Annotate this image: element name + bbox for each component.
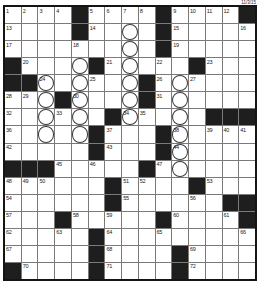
cell-r3c1[interactable]: 17: [5, 41, 21, 57]
clue-number: 61: [224, 212, 230, 218]
cell-r8c3[interactable]: [38, 126, 54, 142]
clue-number: 46: [90, 161, 96, 167]
cell-r4c15[interactable]: [239, 58, 255, 74]
cell-r1c6[interactable]: 5: [89, 7, 105, 23]
cell-r14c1[interactable]: 62: [5, 229, 21, 245]
cell-r9c8[interactable]: [122, 144, 138, 160]
cell-r5c11[interactable]: [172, 75, 188, 91]
cell-r7c11[interactable]: [172, 109, 188, 125]
cell-r9c15[interactable]: [239, 144, 255, 160]
cell-r11c1[interactable]: 48: [5, 178, 21, 194]
cell-r1c11[interactable]: 9: [172, 7, 188, 23]
cell-r1c2[interactable]: 2: [22, 7, 38, 23]
cell-r1c7[interactable]: 6: [105, 7, 121, 23]
clue-number: 67: [6, 246, 12, 252]
clue-number: 37: [106, 127, 112, 133]
cell-r4c2[interactable]: 20: [22, 58, 38, 74]
cell-r14c12[interactable]: [189, 229, 205, 245]
cell-r7c14: [223, 109, 239, 125]
cell-r12c11[interactable]: [172, 195, 188, 211]
cell-r11c14[interactable]: [223, 178, 239, 194]
clue-number: 26: [157, 76, 163, 82]
cell-r10c6[interactable]: 46: [89, 161, 105, 177]
cell-r10c1: [5, 161, 21, 177]
cell-r15c13[interactable]: [206, 246, 222, 262]
cell-r16c15[interactable]: [239, 263, 255, 279]
cell-r1c10: [156, 7, 172, 23]
cell-r2c4[interactable]: [55, 24, 71, 40]
cell-r11c12: [189, 178, 205, 194]
clue-number: 8: [140, 8, 143, 14]
cell-r15c12[interactable]: 69: [189, 246, 205, 262]
circle-marker: [38, 92, 54, 108]
cell-r7c1[interactable]: 32: [5, 109, 21, 125]
clue-number: 62: [6, 229, 12, 235]
cell-r15c1[interactable]: 67: [5, 246, 21, 262]
cell-r13c1[interactable]: 57: [5, 212, 21, 228]
clue-number: 39: [207, 127, 213, 133]
clue-number: 27: [190, 76, 196, 82]
cell-r2c2[interactable]: [22, 24, 38, 40]
cell-r5c4[interactable]: [55, 75, 71, 91]
clue-number: 30: [73, 93, 79, 99]
cell-r11c6[interactable]: [89, 178, 105, 194]
cell-r11c8[interactable]: 51: [122, 178, 138, 194]
clue-number: 4: [56, 8, 59, 14]
cell-r5c10[interactable]: 26: [156, 75, 172, 91]
clue-number: 16: [240, 25, 246, 31]
cell-r2c10: [156, 24, 172, 40]
cell-r1c8[interactable]: 7: [122, 7, 138, 23]
cell-r8c15[interactable]: 41: [239, 126, 255, 142]
cell-r5c3[interactable]: 24: [38, 75, 54, 91]
clue-number: 71: [106, 263, 112, 269]
cell-r7c9[interactable]: 35: [139, 109, 155, 125]
cell-r15c8[interactable]: [122, 246, 138, 262]
cell-r12c10[interactable]: [156, 195, 172, 211]
cell-r5c8[interactable]: [122, 75, 138, 91]
cell-r2c12[interactable]: [189, 24, 205, 40]
cell-r16c12[interactable]: 72: [189, 263, 205, 279]
cell-r1c12[interactable]: 10: [189, 7, 205, 23]
cell-r15c3[interactable]: [38, 246, 54, 262]
cell-r8c9[interactable]: [139, 126, 155, 142]
cell-r12c12[interactable]: 56: [189, 195, 205, 211]
clue-number: 57: [6, 212, 12, 218]
clue-number: 66: [240, 229, 246, 235]
cell-r10c5[interactable]: [72, 161, 88, 177]
cell-r5c5[interactable]: [72, 75, 88, 91]
cell-r5c1: [5, 75, 21, 91]
cell-r12c2[interactable]: [22, 195, 38, 211]
cell-r13c11[interactable]: 60: [172, 212, 188, 228]
clue-number: 53: [207, 178, 213, 184]
cell-r14c15[interactable]: 66: [239, 229, 255, 245]
cell-r9c2[interactable]: [22, 144, 38, 160]
cell-r6c4: [55, 92, 71, 108]
cell-r9c14[interactable]: [223, 144, 239, 160]
cell-r7c12[interactable]: [189, 109, 205, 125]
clue-number: 33: [56, 110, 62, 116]
cell-r3c2[interactable]: [22, 41, 38, 57]
circle-marker: [122, 92, 138, 108]
cell-r9c10: [156, 144, 172, 160]
cell-r16c3[interactable]: [38, 263, 54, 279]
clue-number: 18: [73, 42, 79, 48]
circle-marker: [122, 41, 138, 57]
cell-r2c7[interactable]: [105, 24, 121, 40]
clue-number: 11: [207, 8, 212, 14]
cell-r8c7[interactable]: 37: [105, 126, 121, 142]
cell-r2c6[interactable]: 14: [89, 24, 105, 40]
circle-marker: [122, 75, 138, 91]
cell-r12c9[interactable]: [139, 195, 155, 211]
cell-r4c11[interactable]: [172, 58, 188, 74]
cell-r14c14[interactable]: [223, 229, 239, 245]
cell-r13c8[interactable]: [122, 212, 138, 228]
cell-r10c11[interactable]: [172, 161, 188, 177]
cell-r12c7: [105, 195, 121, 211]
cell-r16c7[interactable]: 71: [105, 263, 121, 279]
cell-r13c12[interactable]: [189, 212, 205, 228]
clue-number: 48: [6, 178, 12, 184]
cell-r12c13[interactable]: [206, 195, 222, 211]
cell-r7c7: [105, 109, 121, 125]
cell-r15c10[interactable]: [156, 246, 172, 262]
cell-r9c4[interactable]: [55, 144, 71, 160]
cell-r8c11[interactable]: 38: [172, 126, 188, 142]
cell-r3c11[interactable]: 19: [172, 41, 188, 57]
cell-r16c13[interactable]: [206, 263, 222, 279]
cell-r7c6[interactable]: [89, 109, 105, 125]
cell-r2c9[interactable]: [139, 24, 155, 40]
cell-r4c3[interactable]: [38, 58, 54, 74]
clue-number: 55: [123, 195, 129, 201]
cell-r8c14[interactable]: 40: [223, 126, 239, 142]
cell-r13c15: [239, 212, 255, 228]
crossword-grid: 1234567891011121314151617181920212223242…: [3, 5, 257, 281]
cell-r11c11[interactable]: [172, 178, 188, 194]
clue-number: 47: [157, 161, 163, 167]
clue-number: 68: [106, 246, 112, 252]
cell-r1c13[interactable]: 11: [206, 7, 222, 23]
cell-r6c13[interactable]: [206, 92, 222, 108]
cell-r14c9[interactable]: [139, 229, 155, 245]
circle-marker: [172, 92, 188, 108]
cell-r11c3[interactable]: 50: [38, 178, 54, 194]
cell-r8c1[interactable]: 36: [5, 126, 21, 142]
circle-marker: [122, 24, 138, 40]
cell-r14c13[interactable]: [206, 229, 222, 245]
clue-number: 10: [190, 8, 196, 14]
cell-r9c3[interactable]: [38, 144, 54, 160]
clue-number: 7: [123, 8, 126, 14]
clue-number: 13: [6, 25, 12, 31]
cell-r12c4[interactable]: [55, 195, 71, 211]
cell-r11c15[interactable]: [239, 178, 255, 194]
cell-r13c14[interactable]: 61: [223, 212, 239, 228]
cell-r11c2[interactable]: 49: [22, 178, 38, 194]
cell-r12c15: [239, 195, 255, 211]
clue-number: 52: [140, 178, 146, 184]
cell-r16c11: [172, 263, 188, 279]
clue-number: 69: [190, 246, 196, 252]
cell-r6c1[interactable]: 28: [5, 92, 21, 108]
cell-r2c3[interactable]: [38, 24, 54, 40]
cell-r3c6[interactable]: [89, 41, 105, 57]
cell-r15c6: [89, 246, 105, 262]
cell-r7c8[interactable]: 34: [122, 109, 138, 125]
cell-r4c10[interactable]: 22: [156, 58, 172, 74]
cell-r10c15[interactable]: [239, 161, 255, 177]
clue-number: 56: [190, 195, 196, 201]
clue-number: 17: [6, 42, 12, 48]
clue-number: 15: [173, 25, 179, 31]
cell-r6c6[interactable]: [89, 92, 105, 108]
cell-r4c4[interactable]: [55, 58, 71, 74]
clue-number: 29: [23, 93, 29, 99]
clue-number: 32: [6, 110, 12, 116]
cell-r11c13[interactable]: 53: [206, 178, 222, 194]
clue-number: 22: [157, 59, 163, 65]
cell-r4c7[interactable]: 21: [105, 58, 121, 74]
cell-r1c14[interactable]: 12: [223, 7, 239, 23]
cell-r12c14: [223, 195, 239, 211]
cell-r10c10[interactable]: 47: [156, 161, 172, 177]
cell-r10c13[interactable]: [206, 161, 222, 177]
cell-r13c9[interactable]: [139, 212, 155, 228]
cell-r16c5[interactable]: [72, 263, 88, 279]
cell-r12c5[interactable]: [72, 195, 88, 211]
clue-number: 23: [207, 59, 213, 65]
circle-marker: [72, 109, 88, 125]
cell-r15c4[interactable]: [55, 246, 71, 262]
cell-r2c15[interactable]: 16: [239, 24, 255, 40]
cell-r15c11: [172, 246, 188, 262]
cell-r4c1: [5, 58, 21, 74]
cell-r3c4[interactable]: [55, 41, 71, 57]
cell-r16c4[interactable]: [55, 263, 71, 279]
cell-r1c3[interactable]: 3: [38, 7, 54, 23]
cell-r14c4[interactable]: 63: [55, 229, 71, 245]
cell-r5c7[interactable]: [105, 75, 121, 91]
cell-r2c5: [72, 24, 88, 40]
cell-r2c11[interactable]: 15: [172, 24, 188, 40]
cell-r4c9[interactable]: [139, 58, 155, 74]
cell-r9c12[interactable]: [189, 144, 205, 160]
clue-number: 3: [39, 8, 42, 14]
cell-r6c15[interactable]: [239, 92, 255, 108]
clue-number: 2: [23, 8, 26, 14]
cell-r6c2[interactable]: 29: [22, 92, 38, 108]
cell-r16c2[interactable]: 70: [22, 263, 38, 279]
circle-marker: [122, 58, 138, 74]
cell-r2c14[interactable]: [223, 24, 239, 40]
cell-r6c5[interactable]: 30: [72, 92, 88, 108]
cell-r5c9: [139, 75, 155, 91]
cell-r13c6[interactable]: [89, 212, 105, 228]
cell-r12c8[interactable]: 55: [122, 195, 138, 211]
cell-r15c5[interactable]: [72, 246, 88, 262]
cell-r9c7[interactable]: 43: [105, 144, 121, 160]
cell-r4c13[interactable]: 23: [206, 58, 222, 74]
clue-number: 34: [123, 110, 129, 116]
cell-r14c5[interactable]: [72, 229, 88, 245]
cell-r1c1[interactable]: 1: [5, 7, 21, 23]
cell-r14c10[interactable]: 65: [156, 229, 172, 245]
cell-r10c3: [38, 161, 54, 177]
cell-r6c10[interactable]: 31: [156, 92, 172, 108]
circle-marker: [172, 109, 188, 125]
cell-r15c7[interactable]: 68: [105, 246, 121, 262]
cell-r4c5[interactable]: [72, 58, 88, 74]
cell-r15c14[interactable]: [223, 246, 239, 262]
cell-r16c9[interactable]: [139, 263, 155, 279]
cell-r3c14[interactable]: [223, 41, 239, 57]
cell-r8c8[interactable]: [122, 126, 138, 142]
circle-marker: [72, 58, 88, 74]
circle-marker: [72, 126, 88, 142]
cell-r3c7[interactable]: [105, 41, 121, 57]
cell-r7c4[interactable]: 33: [55, 109, 71, 125]
clue-number: 70: [23, 263, 29, 269]
cell-r16c8[interactable]: [122, 263, 138, 279]
cell-r3c15[interactable]: [239, 41, 255, 57]
cell-r2c1[interactable]: 13: [5, 24, 21, 40]
cell-r11c10[interactable]: [156, 178, 172, 194]
cell-r14c3[interactable]: [38, 229, 54, 245]
cell-r14c11[interactable]: [172, 229, 188, 245]
cell-r5c13[interactable]: [206, 75, 222, 91]
circle-marker: [72, 75, 88, 91]
cell-r11c5[interactable]: [72, 178, 88, 194]
cell-r13c5[interactable]: 58: [72, 212, 88, 228]
cell-r1c9[interactable]: 8: [139, 7, 155, 23]
cell-r5c6[interactable]: 25: [89, 75, 105, 91]
cell-r10c14[interactable]: [223, 161, 239, 177]
cell-r8c6: [89, 126, 105, 142]
cell-r7c2[interactable]: [22, 109, 38, 125]
clue-number: 6: [106, 8, 109, 14]
circle-marker: [172, 161, 188, 177]
cell-r16c6: [89, 263, 105, 279]
cell-r14c7[interactable]: 64: [105, 229, 121, 245]
cell-r10c9: [139, 161, 155, 177]
clue-number: 38: [173, 127, 179, 133]
cell-r15c9[interactable]: [139, 246, 155, 262]
cell-r10c8[interactable]: [122, 161, 138, 177]
clue-number: 21: [106, 59, 112, 65]
cell-r5c14[interactable]: [223, 75, 239, 91]
cell-r5c12[interactable]: 27: [189, 75, 205, 91]
cell-r10c7[interactable]: [105, 161, 121, 177]
cell-r12c6[interactable]: [89, 195, 105, 211]
cell-r13c3[interactable]: [38, 212, 54, 228]
cell-r9c1[interactable]: 42: [5, 144, 21, 160]
clue-number: 35: [140, 110, 146, 116]
cell-r8c12[interactable]: [189, 126, 205, 142]
cell-r15c15[interactable]: [239, 246, 255, 262]
cell-r6c12[interactable]: [189, 92, 205, 108]
clue-number: 12: [224, 8, 230, 14]
cell-r4c8[interactable]: [122, 58, 138, 74]
cell-r8c5[interactable]: [72, 126, 88, 142]
clue-number: 64: [106, 229, 112, 235]
cell-r11c4[interactable]: [55, 178, 71, 194]
cell-r8c4[interactable]: [55, 126, 71, 142]
cell-r4c6: [89, 58, 105, 74]
cell-r3c13[interactable]: [206, 41, 222, 57]
cell-r3c8[interactable]: [122, 41, 138, 57]
clue-number: 50: [39, 178, 45, 184]
cell-r2c13[interactable]: [206, 24, 222, 40]
cell-r4c12: [189, 58, 205, 74]
clue-number: 9: [173, 8, 176, 14]
cell-r2c8[interactable]: [122, 24, 138, 40]
cell-r6c3[interactable]: [38, 92, 54, 108]
cell-r14c8[interactable]: [122, 229, 138, 245]
cell-r16c10[interactable]: [156, 263, 172, 279]
cell-r9c11[interactable]: 44: [172, 144, 188, 160]
clue-number: 60: [173, 212, 179, 218]
cell-r6c11[interactable]: [172, 92, 188, 108]
cell-r16c1: [5, 263, 21, 279]
cell-r3c3[interactable]: [38, 41, 54, 57]
cell-r6c7[interactable]: [105, 92, 121, 108]
cell-r6c8[interactable]: [122, 92, 138, 108]
cell-r13c4: [55, 212, 71, 228]
clue-number: 19: [173, 42, 179, 48]
cell-r11c9[interactable]: 52: [139, 178, 155, 194]
cell-r3c9[interactable]: [139, 41, 155, 57]
circle-marker: [172, 75, 188, 91]
cell-r6c14[interactable]: [223, 92, 239, 108]
cell-r8c13[interactable]: 39: [206, 126, 222, 142]
cell-r15c2[interactable]: [22, 246, 38, 262]
cell-r9c9[interactable]: [139, 144, 155, 160]
cell-r13c13[interactable]: [206, 212, 222, 228]
cell-r8c2[interactable]: [22, 126, 38, 142]
cell-r3c12[interactable]: [189, 41, 205, 57]
cell-r1c4[interactable]: 4: [55, 7, 71, 23]
cell-r5c15[interactable]: [239, 75, 255, 91]
cell-r10c4[interactable]: 45: [55, 161, 71, 177]
cell-r12c3[interactable]: [38, 195, 54, 211]
cell-r14c2[interactable]: [22, 229, 38, 245]
cell-r3c10: [156, 41, 172, 57]
cell-r7c3[interactable]: [38, 109, 54, 125]
cell-r13c7[interactable]: 59: [105, 212, 121, 228]
cell-r12c1[interactable]: 54: [5, 195, 21, 211]
clue-number: 42: [6, 144, 12, 150]
cell-r9c5[interactable]: [72, 144, 88, 160]
cell-r10c12[interactable]: [189, 161, 205, 177]
cell-r7c10[interactable]: [156, 109, 172, 125]
clue-number: 5: [90, 8, 93, 14]
cell-r9c13[interactable]: [206, 144, 222, 160]
clue-number: 49: [23, 178, 29, 184]
cell-r13c2[interactable]: [22, 212, 38, 228]
cell-r7c5[interactable]: [72, 109, 88, 125]
cell-r16c14[interactable]: [223, 263, 239, 279]
cell-r4c14[interactable]: [223, 58, 239, 74]
clue-number: 40: [224, 127, 230, 133]
cell-r3c5[interactable]: 18: [72, 41, 88, 57]
clue-number: 44: [173, 144, 179, 150]
clue-number: 41: [240, 127, 246, 133]
clue-number: 51: [123, 178, 129, 184]
clue-number: 1: [6, 8, 9, 14]
